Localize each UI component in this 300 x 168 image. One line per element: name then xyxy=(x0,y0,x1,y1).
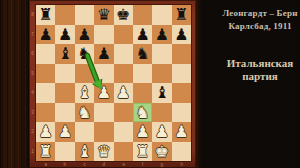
square-b7[interactable]: ♟ xyxy=(55,25,74,45)
square-c4[interactable]: ♝ xyxy=(75,83,94,103)
file-labels: abcdefgh xyxy=(36,161,191,168)
square-d5[interactable] xyxy=(94,64,113,84)
square-a3[interactable] xyxy=(36,103,55,123)
square-e4[interactable]: ♟ xyxy=(114,83,133,103)
square-h4[interactable] xyxy=(172,83,191,103)
piece-black-queen: ♛ xyxy=(97,5,111,24)
square-h3[interactable] xyxy=(172,103,191,123)
piece-white-knight: ♞ xyxy=(77,103,91,122)
piece-white-king: ♚ xyxy=(155,142,169,161)
square-h1[interactable] xyxy=(172,142,191,162)
square-c8[interactable] xyxy=(75,5,94,25)
square-e1[interactable] xyxy=(114,142,133,162)
square-b2[interactable]: ♟ xyxy=(55,122,74,142)
square-e6[interactable] xyxy=(114,44,133,64)
piece-white-bishop: ♝ xyxy=(77,142,91,161)
rank-label: 3 xyxy=(30,105,35,120)
square-b6[interactable]: ♝ xyxy=(55,44,74,64)
square-h6[interactable] xyxy=(172,44,191,64)
square-h5[interactable] xyxy=(172,64,191,84)
square-c1[interactable]: ♝ xyxy=(75,142,94,162)
players-label: Леонгардт – Берн xyxy=(220,7,300,20)
square-c3[interactable]: ♞ xyxy=(75,103,94,123)
piece-white-pawn: ♟ xyxy=(116,83,130,102)
square-f3[interactable]: ♞ xyxy=(133,103,152,123)
piece-black-pawn: ♟ xyxy=(77,25,91,44)
square-g2[interactable]: ♟ xyxy=(152,122,171,142)
rank-labels: 87654321 xyxy=(29,5,36,161)
square-d7[interactable] xyxy=(94,25,113,45)
piece-black-knight: ♞ xyxy=(77,44,91,63)
square-b8[interactable] xyxy=(55,5,74,25)
piece-white-queen: ♛ xyxy=(97,142,111,161)
square-f1[interactable]: ♜ xyxy=(133,142,152,162)
piece-white-rook: ♜ xyxy=(135,142,149,161)
square-f5[interactable] xyxy=(133,64,152,84)
file-label: f xyxy=(135,162,150,167)
square-a4[interactable] xyxy=(36,83,55,103)
opening-line1: Итальянская xyxy=(220,57,300,70)
rank-label: 1 xyxy=(30,144,35,159)
square-h7[interactable]: ♟ xyxy=(172,25,191,45)
square-f7[interactable]: ♟ xyxy=(133,25,152,45)
piece-white-pawn: ♟ xyxy=(58,122,72,141)
square-e2[interactable] xyxy=(114,122,133,142)
file-label: c xyxy=(77,162,92,167)
rank-label: 2 xyxy=(30,124,35,139)
rank-label: 7 xyxy=(30,27,35,42)
square-b1[interactable] xyxy=(55,142,74,162)
square-d8[interactable]: ♛ xyxy=(94,5,113,25)
piece-black-bishop: ♝ xyxy=(155,83,169,102)
piece-white-knight: ♞ xyxy=(135,103,149,122)
game-caption: Леонгардт – Берн Карлсбад, 1911 xyxy=(220,7,300,33)
opening-name: Итальянская партия xyxy=(220,57,300,82)
square-h2[interactable]: ♟ xyxy=(172,122,191,142)
square-d3[interactable] xyxy=(94,103,113,123)
square-g7[interactable]: ♟ xyxy=(152,25,171,45)
square-f4[interactable] xyxy=(133,83,152,103)
piece-white-rook: ♜ xyxy=(39,142,53,161)
rank-label: 4 xyxy=(30,85,35,100)
wood-background-left xyxy=(0,0,29,168)
piece-black-pawn: ♟ xyxy=(39,25,53,44)
piece-white-pawn: ♟ xyxy=(174,122,188,141)
piece-black-pawn: ♟ xyxy=(97,44,111,63)
square-e8[interactable]: ♚ xyxy=(114,5,133,25)
file-label: h xyxy=(174,162,189,167)
file-label: e xyxy=(116,162,131,167)
square-a6[interactable] xyxy=(36,44,55,64)
video-frame: 87654321 abcdefgh ♜♛♚♜♟♟♟♟♟♟♝♞♟♞♝♟♟♝♞♞♟♟… xyxy=(0,0,300,168)
square-c2[interactable] xyxy=(75,122,94,142)
square-h8[interactable]: ♜ xyxy=(172,5,191,25)
square-c5[interactable] xyxy=(75,64,94,84)
square-e7[interactable] xyxy=(114,25,133,45)
piece-black-pawn: ♟ xyxy=(135,25,149,44)
piece-black-pawn: ♟ xyxy=(174,25,188,44)
chess-board: 87654321 abcdefgh ♜♛♚♜♟♟♟♟♟♟♝♞♟♞♝♟♟♝♞♞♟♟… xyxy=(29,0,196,168)
square-e3[interactable] xyxy=(114,103,133,123)
file-label: d xyxy=(97,162,112,167)
right-panel: Леонгардт – Берн Карлсбад, 1911 Итальянс… xyxy=(196,0,300,168)
square-a7[interactable]: ♟ xyxy=(36,25,55,45)
square-a5[interactable] xyxy=(36,64,55,84)
piece-black-knight: ♞ xyxy=(135,44,149,63)
square-c7[interactable]: ♟ xyxy=(75,25,94,45)
rank-label: 8 xyxy=(30,7,35,22)
square-b5[interactable] xyxy=(55,64,74,84)
piece-black-bishop: ♝ xyxy=(58,44,72,63)
piece-white-pawn: ♟ xyxy=(97,83,111,102)
piece-white-bishop: ♝ xyxy=(77,83,91,102)
event-label: Карлсбад, 1911 xyxy=(220,20,300,33)
piece-black-rook: ♜ xyxy=(39,5,53,24)
square-a1[interactable]: ♜ xyxy=(36,142,55,162)
square-d4[interactable]: ♟ xyxy=(94,83,113,103)
square-g4[interactable]: ♝ xyxy=(152,83,171,103)
piece-black-king: ♚ xyxy=(116,5,130,24)
square-g5[interactable] xyxy=(152,64,171,84)
square-e5[interactable] xyxy=(114,64,133,84)
board-grid: ♜♛♚♜♟♟♟♟♟♟♝♞♟♞♝♟♟♝♞♞♟♟♟♟♟♜♝♛♜♚ xyxy=(36,5,191,161)
piece-white-pawn: ♟ xyxy=(135,122,149,141)
square-g3[interactable] xyxy=(152,103,171,123)
file-label: a xyxy=(38,162,53,167)
square-g6[interactable] xyxy=(152,44,171,64)
piece-white-pawn: ♟ xyxy=(39,122,53,141)
piece-black-pawn: ♟ xyxy=(155,25,169,44)
piece-black-rook: ♜ xyxy=(174,5,188,24)
square-f8[interactable] xyxy=(133,5,152,25)
square-d6[interactable]: ♟ xyxy=(94,44,113,64)
square-g8[interactable] xyxy=(152,5,171,25)
square-d2[interactable] xyxy=(94,122,113,142)
rank-label: 6 xyxy=(30,46,35,61)
square-a2[interactable]: ♟ xyxy=(36,122,55,142)
square-b4[interactable] xyxy=(55,83,74,103)
file-label: b xyxy=(58,162,73,167)
square-a8[interactable]: ♜ xyxy=(36,5,55,25)
piece-white-pawn: ♟ xyxy=(155,122,169,141)
panel-wood-edge xyxy=(196,0,202,168)
square-g1[interactable]: ♚ xyxy=(152,142,171,162)
square-d1[interactable]: ♛ xyxy=(94,142,113,162)
rank-label: 5 xyxy=(30,66,35,81)
file-label: g xyxy=(155,162,170,167)
piece-black-pawn: ♟ xyxy=(58,25,72,44)
square-f6[interactable]: ♞ xyxy=(133,44,152,64)
square-f2[interactable]: ♟ xyxy=(133,122,152,142)
square-c6[interactable]: ♞ xyxy=(75,44,94,64)
square-b3[interactable] xyxy=(55,103,74,123)
opening-line2: партия xyxy=(220,70,300,83)
